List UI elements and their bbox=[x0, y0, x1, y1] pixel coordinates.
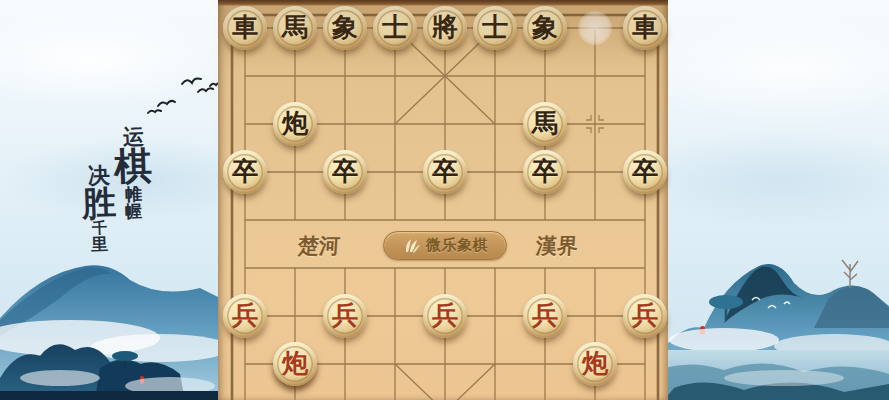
piece-將-black[interactable]: 將 bbox=[423, 6, 467, 50]
piece-士-black[interactable]: 士 bbox=[473, 6, 517, 50]
piece-glyph: 將 bbox=[432, 14, 458, 40]
xiangqi-board[interactable]: 楚河 漢界 微乐象棋 車馬象士將士象車炮馬卒卒卒卒卒兵兵兵兵兵兵炮炮 bbox=[218, 0, 668, 400]
calligraphy-column-right: 运棋帷幄 bbox=[114, 126, 152, 221]
piece-glyph: 象 bbox=[532, 14, 558, 40]
piece-兵-red[interactable]: 兵 bbox=[523, 294, 567, 338]
piece-兵-red[interactable]: 兵 bbox=[423, 294, 467, 338]
piece-glyph: 車 bbox=[632, 14, 658, 40]
piece-炮-black[interactable]: 炮 bbox=[273, 102, 317, 146]
piece-glyph: 卒 bbox=[532, 158, 558, 184]
piece-兵-red[interactable]: 兵 bbox=[223, 294, 267, 338]
board-grid bbox=[218, 0, 668, 400]
leaf-logo-icon bbox=[402, 236, 422, 256]
piece-glyph: 炮 bbox=[282, 350, 308, 376]
piece-glyph: 兵 bbox=[232, 302, 258, 328]
piece-glyph: 兵 bbox=[332, 302, 358, 328]
river-label-han: 漢界 bbox=[535, 231, 579, 261]
piece-glyph: 炮 bbox=[582, 350, 608, 376]
calligraphy-char: 里 bbox=[90, 236, 108, 254]
piece-車-black[interactable]: 車 bbox=[223, 6, 267, 50]
piece-兵-red[interactable]: 兵 bbox=[623, 294, 667, 338]
piece-glyph: 士 bbox=[382, 14, 408, 40]
piece-glyph: 士 bbox=[482, 14, 508, 40]
piece-卒-black[interactable]: 卒 bbox=[423, 150, 467, 194]
piece-象-black[interactable]: 象 bbox=[323, 6, 367, 50]
piece-卒-black[interactable]: 卒 bbox=[623, 150, 667, 194]
piece-卒-black[interactable]: 卒 bbox=[223, 150, 267, 194]
piece-glyph: 象 bbox=[332, 14, 358, 40]
calligraphy-column-left: 决胜千里 bbox=[82, 164, 116, 254]
right-mountains-painting bbox=[664, 228, 889, 400]
piece-glyph: 卒 bbox=[332, 158, 358, 184]
piece-馬-black[interactable]: 馬 bbox=[523, 102, 567, 146]
calligraphy-char: 幄 bbox=[124, 203, 142, 221]
piece-車-black[interactable]: 車 bbox=[623, 6, 667, 50]
piece-glyph: 卒 bbox=[632, 158, 658, 184]
piece-glyph: 兵 bbox=[432, 302, 458, 328]
piece-glyph: 馬 bbox=[282, 14, 308, 40]
calligraphy-char: 胜 bbox=[81, 186, 116, 222]
piece-glyph: 炮 bbox=[282, 110, 308, 136]
piece-glyph: 車 bbox=[232, 14, 258, 40]
piece-兵-red[interactable]: 兵 bbox=[323, 294, 367, 338]
piece-glyph: 馬 bbox=[532, 110, 558, 136]
piece-卒-black[interactable]: 卒 bbox=[523, 150, 567, 194]
piece-glyph: 卒 bbox=[232, 158, 258, 184]
piece-馬-black[interactable]: 馬 bbox=[273, 6, 317, 50]
river-label-chu: 楚河 bbox=[297, 231, 341, 261]
calligraphy-motto: 运棋帷幄 决胜千里 bbox=[70, 100, 160, 280]
piece-glyph: 兵 bbox=[532, 302, 558, 328]
last-move-origin-marker bbox=[578, 11, 612, 45]
piece-炮-red[interactable]: 炮 bbox=[273, 342, 317, 386]
app-logo: 微乐象棋 bbox=[383, 231, 507, 260]
piece-glyph: 兵 bbox=[632, 302, 658, 328]
piece-卒-black[interactable]: 卒 bbox=[323, 150, 367, 194]
piece-炮-red[interactable]: 炮 bbox=[573, 342, 617, 386]
piece-glyph: 卒 bbox=[432, 158, 458, 184]
calligraphy-char: 棋 bbox=[113, 147, 152, 187]
game-screen: 运棋帷幄 决胜千里 楚河 漢界 微乐象棋 bbox=[0, 0, 889, 400]
app-logo-text: 微乐象棋 bbox=[426, 236, 488, 255]
piece-士-black[interactable]: 士 bbox=[373, 6, 417, 50]
piece-象-black[interactable]: 象 bbox=[523, 6, 567, 50]
